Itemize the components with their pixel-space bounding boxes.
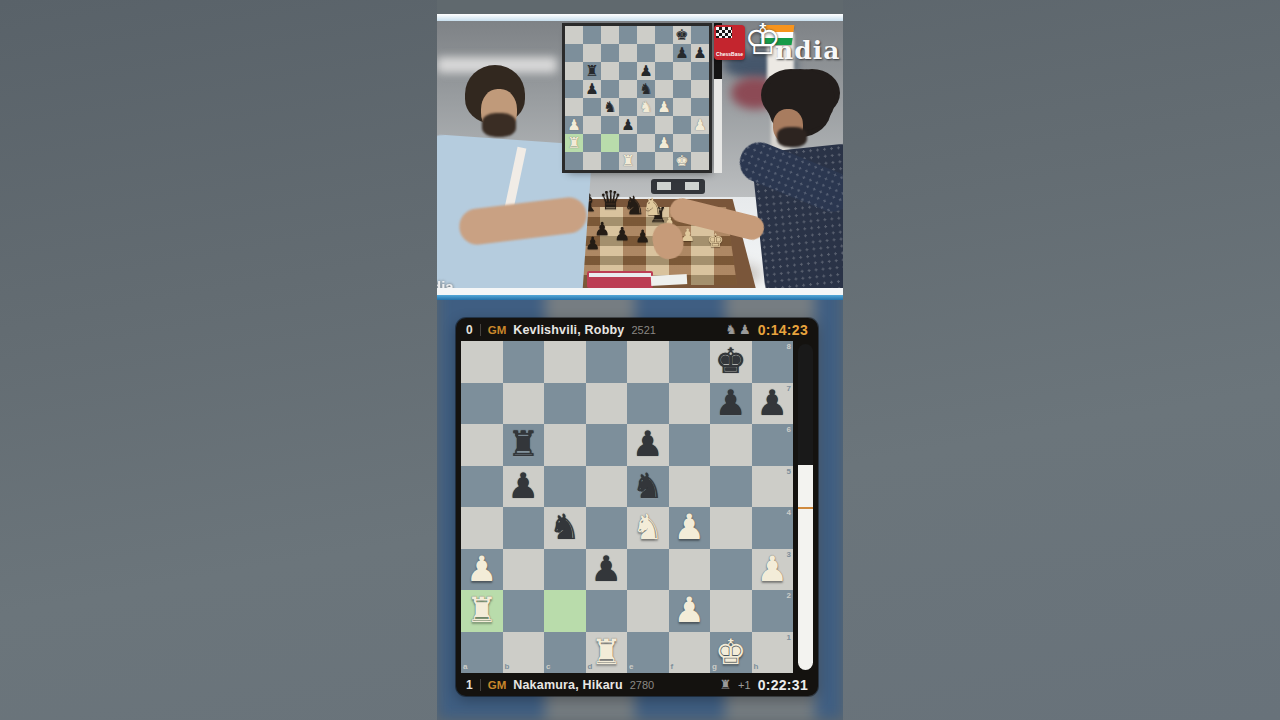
- square-f2[interactable]: ♟: [669, 590, 711, 632]
- rank-label: 1: [787, 634, 791, 642]
- square-g7: ♟: [673, 44, 691, 62]
- square-e4[interactable]: ♞: [627, 507, 669, 549]
- photo-dark-piece: ♟: [614, 225, 630, 243]
- india-logo-text: ndia: [775, 36, 840, 65]
- file-label: d: [588, 663, 593, 671]
- square-b2: [583, 134, 601, 152]
- square-d4: [619, 98, 637, 116]
- square-g2[interactable]: [710, 590, 752, 632]
- white-knight[interactable]: ♞: [632, 510, 663, 545]
- bottom-player-clock: 0:22:31: [758, 677, 808, 693]
- white-rook[interactable]: ♜: [466, 593, 497, 628]
- top-player-bar: 0 GM Kevlishvili, Robby 2521 ♞♟ 0:14:23: [456, 318, 818, 341]
- square-f6[interactable]: [669, 424, 711, 466]
- square-e8[interactable]: [627, 341, 669, 383]
- black-rook: ♜: [585, 64, 598, 79]
- top-player-score: 0: [466, 323, 473, 337]
- square-d5[interactable]: [586, 466, 628, 508]
- square-f6: [655, 62, 673, 80]
- square-e5[interactable]: ♞: [627, 466, 669, 508]
- square-b7: [583, 44, 601, 62]
- square-c7[interactable]: [544, 383, 586, 425]
- square-h5: [691, 80, 709, 98]
- square-d7: [619, 44, 637, 62]
- right-player-beard: [777, 127, 807, 147]
- white-rook: ♜: [621, 154, 634, 169]
- material-advantage: +1: [738, 679, 751, 691]
- black-knight[interactable]: ♞: [632, 469, 663, 504]
- square-d2: [619, 134, 637, 152]
- square-g5[interactable]: [710, 466, 752, 508]
- bottom-player-name: Nakamura, Hikaru: [513, 678, 623, 692]
- square-h2[interactable]: 2: [752, 590, 794, 632]
- black-king: ♚: [675, 28, 688, 43]
- square-g1: ♚: [673, 152, 691, 170]
- square-e6: ♟: [637, 62, 655, 80]
- top-player-captured-material: ♞♟: [725, 323, 750, 336]
- square-a3[interactable]: ♟: [461, 549, 503, 591]
- black-pawn: ♟: [585, 82, 598, 97]
- chessbase-logo-text: ChessBase: [714, 51, 745, 57]
- bottom-player-score: 1: [466, 678, 473, 692]
- photo-bottom-blue-bar: [437, 295, 843, 300]
- square-f8[interactable]: [669, 341, 711, 383]
- square-b6[interactable]: ♜: [503, 424, 545, 466]
- black-pawn[interactable]: ♟: [757, 386, 788, 421]
- photo-dark-piece: ♟: [585, 235, 600, 252]
- score-separator: [480, 324, 481, 336]
- square-h7[interactable]: ♟7: [752, 383, 794, 425]
- pawn-icon: ♟: [739, 323, 751, 336]
- square-e2[interactable]: [627, 590, 669, 632]
- square-g8[interactable]: ♚: [710, 341, 752, 383]
- square-g5: [673, 80, 691, 98]
- square-c2: [601, 134, 619, 152]
- white-pawn: ♟: [657, 136, 670, 151]
- square-h3[interactable]: ♟3: [752, 549, 794, 591]
- square-d8: [619, 26, 637, 44]
- bottom-player-rating: 2780: [630, 679, 654, 691]
- chessbase-india-logo: ChessBase ♔ ndia: [714, 25, 839, 69]
- square-a2: ♜: [565, 134, 583, 152]
- square-f4: ♟: [655, 98, 673, 116]
- rank-label: 6: [787, 426, 791, 434]
- rank-label: 7: [787, 385, 791, 393]
- square-d1: ♜: [619, 152, 637, 170]
- file-label: e: [629, 663, 633, 671]
- top-player-title: GM: [488, 324, 507, 336]
- square-a1: [565, 152, 583, 170]
- square-b7[interactable]: [503, 383, 545, 425]
- square-e1[interactable]: e: [627, 632, 669, 674]
- square-g3[interactable]: [710, 549, 752, 591]
- mini-chessboard: ♚♟♟♜♟♟♞♞♞♟♟♟♟♜♟♜♚: [565, 26, 709, 170]
- square-g1[interactable]: ♚g: [710, 632, 752, 674]
- square-e4: ♞: [637, 98, 655, 116]
- square-a4: [565, 98, 583, 116]
- white-king: ♚: [675, 154, 688, 169]
- photo-light-piece: ♚: [707, 231, 724, 250]
- square-h4: [691, 98, 709, 116]
- white-pawn: ♟: [567, 118, 580, 133]
- square-g6[interactable]: [710, 424, 752, 466]
- white-knight: ♞: [639, 100, 652, 115]
- file-label: a: [463, 663, 467, 671]
- square-a4[interactable]: [461, 507, 503, 549]
- analysis-chessboard[interactable]: ♚8♟♟7♜♟6♟♞5♞♞♟4♟♟♟3♜♟2abc♜def♚g1h: [461, 341, 793, 673]
- score-separator: [480, 679, 481, 691]
- top-player-clock: 0:14:23: [758, 322, 808, 338]
- square-c1: [601, 152, 619, 170]
- square-e6[interactable]: ♟: [627, 424, 669, 466]
- black-pawn[interactable]: ♟: [715, 386, 746, 421]
- black-pawn: ♟: [621, 118, 634, 133]
- square-b6: ♜: [583, 62, 601, 80]
- black-knight: ♞: [603, 100, 616, 115]
- square-a5: [565, 80, 583, 98]
- file-label: g: [712, 663, 717, 671]
- white-pawn[interactable]: ♟: [466, 552, 497, 587]
- square-c6[interactable]: [544, 424, 586, 466]
- black-rook[interactable]: ♜: [508, 427, 539, 462]
- white-pawn[interactable]: ♟: [757, 552, 788, 587]
- rank-label: 5: [787, 468, 791, 476]
- square-d2[interactable]: [586, 590, 628, 632]
- square-b3[interactable]: [503, 549, 545, 591]
- rank-label: 8: [787, 343, 791, 351]
- square-c4: ♞: [601, 98, 619, 116]
- file-label: b: [505, 663, 510, 671]
- square-f3[interactable]: [669, 549, 711, 591]
- broadcast-screen-board: ♚♟♟♜♟♟♞♞♞♟♟♟♟♜♟♜♚: [565, 26, 709, 170]
- square-d1[interactable]: ♜d: [586, 632, 628, 674]
- rank-label: 2: [787, 592, 791, 600]
- square-b5: ♟: [583, 80, 601, 98]
- square-b1: [583, 152, 601, 170]
- file-label: h: [754, 663, 759, 671]
- square-e3[interactable]: [627, 549, 669, 591]
- square-b2[interactable]: [503, 590, 545, 632]
- square-e7[interactable]: [627, 383, 669, 425]
- black-pawn: ♟: [693, 46, 706, 61]
- players-photo: ♚♝♛♞♜♟♟♟♟♟♞♟♟♚ ♚♟♟♜♟♟♞♞♞♟♟♟♟♜♟♜♚: [437, 21, 843, 300]
- red-scorebook: [587, 271, 653, 288]
- square-f1[interactable]: f: [669, 632, 711, 674]
- square-f7: [655, 44, 673, 62]
- square-g7[interactable]: ♟: [710, 383, 752, 425]
- square-a8[interactable]: [461, 341, 503, 383]
- rank-label: 3: [787, 551, 791, 559]
- square-c4[interactable]: ♞: [544, 507, 586, 549]
- white-pawn[interactable]: ♟: [674, 510, 705, 545]
- square-h1: [691, 152, 709, 170]
- bottom-player-title: GM: [488, 679, 507, 691]
- square-e8: [637, 26, 655, 44]
- square-a1[interactable]: a: [461, 632, 503, 674]
- square-b4[interactable]: [503, 507, 545, 549]
- square-g4[interactable]: [710, 507, 752, 549]
- photo-dark-piece: ♛: [599, 187, 622, 213]
- square-h8[interactable]: 8: [752, 341, 794, 383]
- square-h5[interactable]: 5: [752, 466, 794, 508]
- file-label: f: [671, 663, 674, 671]
- square-a2[interactable]: ♜: [461, 590, 503, 632]
- square-e1: [637, 152, 655, 170]
- square-c8: [601, 26, 619, 44]
- square-c2[interactable]: [544, 590, 586, 632]
- square-c3: [601, 116, 619, 134]
- white-pawn[interactable]: ♟: [674, 593, 705, 628]
- square-d4[interactable]: [586, 507, 628, 549]
- black-pawn[interactable]: ♟: [508, 469, 539, 504]
- square-b5[interactable]: ♟: [503, 466, 545, 508]
- top-player-rating: 2521: [632, 324, 656, 336]
- broadcast-panel: 0 GM Kevlishvili, Robby 2521 ♞♟ 0:14:23 …: [456, 318, 818, 696]
- square-h3: ♟: [691, 116, 709, 134]
- square-a5[interactable]: [461, 466, 503, 508]
- eval-center-tick: [798, 507, 813, 509]
- square-d3: ♟: [619, 116, 637, 134]
- square-f5[interactable]: [669, 466, 711, 508]
- square-c3[interactable]: [544, 549, 586, 591]
- mini-eval-fill: [714, 79, 722, 174]
- bottom-player-captured-material: ♜: [719, 678, 731, 691]
- square-f2: ♟: [655, 134, 673, 152]
- square-g8: ♚: [673, 26, 691, 44]
- black-pawn: ♟: [675, 46, 688, 61]
- square-h6[interactable]: 6: [752, 424, 794, 466]
- square-e7: [637, 44, 655, 62]
- square-h8: [691, 26, 709, 44]
- square-f5: [655, 80, 673, 98]
- eval-fill: [798, 465, 813, 670]
- square-d6: [619, 62, 637, 80]
- square-c8[interactable]: [544, 341, 586, 383]
- chessbase-checker-icon: [716, 27, 732, 38]
- top-player-name: Kevlishvili, Robby: [513, 323, 624, 337]
- square-c1[interactable]: c: [544, 632, 586, 674]
- black-pawn[interactable]: ♟: [632, 427, 663, 462]
- square-a8: [565, 26, 583, 44]
- square-a7: [565, 44, 583, 62]
- square-b8: [583, 26, 601, 44]
- bottom-player-bar: 1 GM Nakamura, Hikaru 2780 ♜ +1 0:22:31: [456, 673, 818, 696]
- black-knight: ♞: [639, 82, 652, 97]
- square-h2: [691, 134, 709, 152]
- square-f4[interactable]: ♟: [669, 507, 711, 549]
- white-rook: ♜: [567, 136, 580, 151]
- square-h7: ♟: [691, 44, 709, 62]
- square-b3: [583, 116, 601, 134]
- square-g3: [673, 116, 691, 134]
- rank-label: 4: [787, 509, 791, 517]
- photo-dark-piece: ♟: [635, 228, 650, 245]
- square-h6: [691, 62, 709, 80]
- black-king[interactable]: ♚: [715, 344, 746, 379]
- square-e2: [637, 134, 655, 152]
- square-b1[interactable]: b: [503, 632, 545, 674]
- square-f1: [655, 152, 673, 170]
- black-pawn: ♟: [639, 64, 652, 79]
- square-h1[interactable]: 1h: [752, 632, 794, 674]
- square-g6: [673, 62, 691, 80]
- square-h4[interactable]: 4: [752, 507, 794, 549]
- square-b4: [583, 98, 601, 116]
- left-player-beard: [482, 113, 516, 137]
- square-c6: [601, 62, 619, 80]
- chessbase-logo-box: ChessBase: [714, 25, 745, 60]
- knight-icon: ♞: [725, 323, 737, 336]
- screenshot-stage: ♚♝♛♞♜♟♟♟♟♟♞♟♟♚ ♚♟♟♜♟♟♞♞♞♟♟♟♟♜♟♜♚: [0, 0, 1280, 720]
- scoresheet: [651, 274, 687, 286]
- square-g4: [673, 98, 691, 116]
- square-a3: ♟: [565, 116, 583, 134]
- rook-icon: ♜: [719, 678, 731, 691]
- dgt-clock: [651, 179, 705, 194]
- square-c5[interactable]: [544, 466, 586, 508]
- square-g2: [673, 134, 691, 152]
- square-e3: [637, 116, 655, 134]
- square-a7[interactable]: [461, 383, 503, 425]
- square-d7[interactable]: [586, 383, 628, 425]
- square-d6[interactable]: [586, 424, 628, 466]
- square-f7[interactable]: [669, 383, 711, 425]
- square-d8[interactable]: [586, 341, 628, 383]
- square-a6[interactable]: [461, 424, 503, 466]
- square-d5: [619, 80, 637, 98]
- file-label: c: [546, 663, 550, 671]
- square-a6: [565, 62, 583, 80]
- square-c7: [601, 44, 619, 62]
- black-pawn[interactable]: ♟: [591, 552, 622, 587]
- white-rook[interactable]: ♜: [591, 635, 622, 670]
- photo-bottom-white-bar: [437, 288, 843, 295]
- square-f3: [655, 116, 673, 134]
- white-pawn: ♟: [657, 100, 670, 115]
- white-king[interactable]: ♚: [715, 635, 746, 670]
- square-d3[interactable]: ♟: [586, 549, 628, 591]
- white-pawn: ♟: [693, 118, 706, 133]
- square-c5: [601, 80, 619, 98]
- black-knight[interactable]: ♞: [549, 510, 580, 545]
- india-logo: ♔ ndia: [747, 25, 839, 69]
- evaluation-bar: [798, 344, 813, 670]
- square-b8[interactable]: [503, 341, 545, 383]
- square-f8: [655, 26, 673, 44]
- square-e5: ♞: [637, 80, 655, 98]
